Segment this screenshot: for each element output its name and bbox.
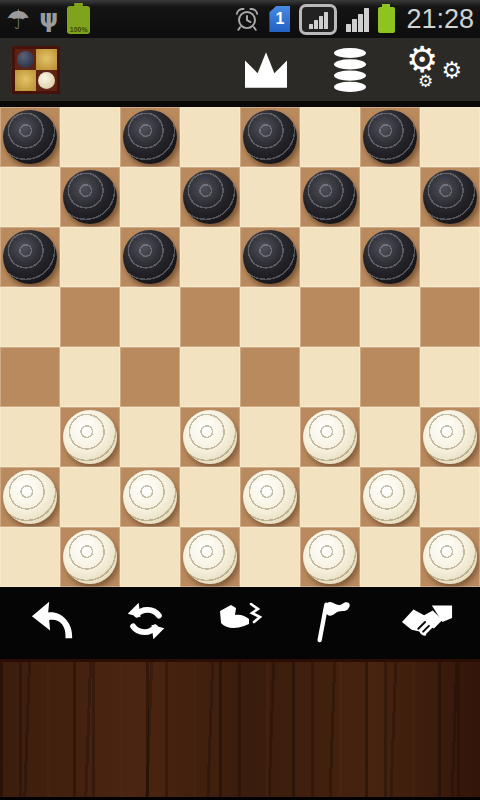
- board: [0, 104, 480, 584]
- square-d4[interactable]: [180, 347, 240, 407]
- square-g6[interactable]: [360, 227, 420, 287]
- kick-icon: [214, 599, 266, 643]
- crown-button[interactable]: [240, 49, 292, 91]
- square-d1[interactable]: [180, 527, 240, 587]
- black-piece[interactable]: [243, 230, 297, 284]
- square-e8[interactable]: [240, 107, 300, 167]
- square-b8[interactable]: [60, 107, 120, 167]
- white-piece[interactable]: [63, 410, 117, 464]
- sim-1-badge: 1: [269, 6, 290, 32]
- square-c7[interactable]: [120, 167, 180, 227]
- square-g2[interactable]: [360, 467, 420, 527]
- white-piece[interactable]: [363, 470, 417, 524]
- square-f6[interactable]: [300, 227, 360, 287]
- square-c2[interactable]: [120, 467, 180, 527]
- square-f1[interactable]: [300, 527, 360, 587]
- restart-icon: [124, 598, 168, 644]
- status-bar-right: 1 21:28: [234, 4, 474, 35]
- black-piece[interactable]: [363, 110, 417, 164]
- square-d6[interactable]: [180, 227, 240, 287]
- database-icon: [330, 46, 370, 94]
- clock-text: 21:28: [406, 4, 474, 35]
- square-a1[interactable]: [0, 527, 60, 587]
- black-piece[interactable]: [63, 170, 117, 224]
- square-a8[interactable]: [0, 107, 60, 167]
- black-piece[interactable]: [363, 230, 417, 284]
- white-piece[interactable]: [303, 530, 357, 584]
- battery-percent-label: 100%: [67, 26, 90, 33]
- square-g8[interactable]: [360, 107, 420, 167]
- black-piece[interactable]: [3, 230, 57, 284]
- white-piece[interactable]: [63, 530, 117, 584]
- square-c5[interactable]: [120, 287, 180, 347]
- square-g4[interactable]: [360, 347, 420, 407]
- square-f5[interactable]: [300, 287, 360, 347]
- square-a3[interactable]: [0, 407, 60, 467]
- roaming-signal-icon: [299, 4, 337, 35]
- resign-flag-icon: [311, 597, 357, 645]
- black-piece[interactable]: [3, 110, 57, 164]
- app-icon-square: [15, 49, 36, 70]
- draw-button[interactable]: [387, 595, 467, 647]
- square-h5[interactable]: [420, 287, 480, 347]
- black-piece[interactable]: [303, 170, 357, 224]
- square-c6[interactable]: [120, 227, 180, 287]
- battery-nub: [382, 4, 390, 7]
- square-b3[interactable]: [60, 407, 120, 467]
- square-h4[interactable]: [420, 347, 480, 407]
- square-b2[interactable]: [60, 467, 120, 527]
- square-d3[interactable]: [180, 407, 240, 467]
- settings-gears-icon: ⚙ ⚙ ⚙: [408, 45, 460, 95]
- square-f8[interactable]: [300, 107, 360, 167]
- square-a2[interactable]: [0, 467, 60, 527]
- bottom-bar: [0, 584, 480, 662]
- square-g1[interactable]: [360, 527, 420, 587]
- gear-icon: ⚙: [441, 57, 462, 83]
- square-f7[interactable]: [300, 167, 360, 227]
- checkers-app-icon[interactable]: [12, 46, 60, 94]
- usb-icon: ψ: [39, 7, 58, 31]
- square-h7[interactable]: [420, 167, 480, 227]
- black-piece[interactable]: [183, 170, 237, 224]
- square-c3[interactable]: [120, 407, 180, 467]
- square-e3[interactable]: [240, 407, 300, 467]
- square-b4[interactable]: [60, 347, 120, 407]
- signal-bars-icon: [346, 6, 369, 32]
- square-e4[interactable]: [240, 347, 300, 407]
- square-g7[interactable]: [360, 167, 420, 227]
- white-piece[interactable]: [423, 530, 477, 584]
- undo-button[interactable]: [13, 595, 93, 647]
- white-piece[interactable]: [3, 470, 57, 524]
- sim-number: 1: [275, 10, 284, 28]
- square-e6[interactable]: [240, 227, 300, 287]
- square-f2[interactable]: [300, 467, 360, 527]
- mini-black-piece: [17, 51, 34, 68]
- square-d7[interactable]: [180, 167, 240, 227]
- alarm-clock-icon: [234, 6, 260, 32]
- square-e2[interactable]: [240, 467, 300, 527]
- app-icon-square: [15, 70, 36, 91]
- square-h1[interactable]: [420, 527, 480, 587]
- restart-button[interactable]: [106, 595, 186, 647]
- square-d2[interactable]: [180, 467, 240, 527]
- resign-button[interactable]: [294, 595, 374, 647]
- white-piece[interactable]: [243, 470, 297, 524]
- square-f4[interactable]: [300, 347, 360, 407]
- status-bar-left: ☂ ψ 100%: [6, 4, 90, 34]
- square-f3[interactable]: [300, 407, 360, 467]
- draw-handshake-icon: [400, 600, 454, 642]
- square-e1[interactable]: [240, 527, 300, 587]
- square-g3[interactable]: [360, 407, 420, 467]
- gear-icon: ⚙: [418, 71, 433, 91]
- undo-icon: [29, 598, 77, 644]
- square-b1[interactable]: [60, 527, 120, 587]
- square-h8[interactable]: [420, 107, 480, 167]
- database-button[interactable]: [330, 46, 370, 94]
- square-e5[interactable]: [240, 287, 300, 347]
- square-c8[interactable]: [120, 107, 180, 167]
- white-piece[interactable]: [183, 410, 237, 464]
- square-e7[interactable]: [240, 167, 300, 227]
- battery-nub: [74, 3, 83, 6]
- screen: ☂ ψ 100% 1: [0, 0, 480, 800]
- black-piece[interactable]: [123, 230, 177, 284]
- square-a5[interactable]: [0, 287, 60, 347]
- status-bar: ☂ ψ 100% 1: [0, 0, 480, 38]
- mini-white-piece: [38, 72, 55, 89]
- square-d5[interactable]: [180, 287, 240, 347]
- square-h6[interactable]: [420, 227, 480, 287]
- white-piece[interactable]: [183, 530, 237, 584]
- square-a6[interactable]: [0, 227, 60, 287]
- square-a4[interactable]: [0, 347, 60, 407]
- square-g5[interactable]: [360, 287, 420, 347]
- umbrella-icon: ☂: [6, 6, 30, 33]
- battery-100-icon: 100%: [67, 6, 90, 34]
- app-icon-square: [36, 70, 57, 91]
- square-a7[interactable]: [0, 167, 60, 227]
- app-bar: ⚙ ⚙ ⚙: [0, 38, 480, 104]
- white-piece[interactable]: [423, 410, 477, 464]
- kick-button[interactable]: [200, 595, 280, 647]
- square-b6[interactable]: [60, 227, 120, 287]
- square-c1[interactable]: [120, 527, 180, 587]
- square-c4[interactable]: [120, 347, 180, 407]
- white-piece[interactable]: [303, 410, 357, 464]
- crown-icon: [240, 49, 292, 91]
- white-piece[interactable]: [123, 470, 177, 524]
- square-b5[interactable]: [60, 287, 120, 347]
- square-h3[interactable]: [420, 407, 480, 467]
- app-icon-square: [36, 49, 57, 70]
- black-piece[interactable]: [423, 170, 477, 224]
- square-d8[interactable]: [180, 107, 240, 167]
- black-piece[interactable]: [123, 110, 177, 164]
- battery-icon: [378, 7, 395, 33]
- square-h2[interactable]: [420, 467, 480, 527]
- settings-button[interactable]: ⚙ ⚙ ⚙: [408, 45, 460, 95]
- black-piece[interactable]: [243, 110, 297, 164]
- square-b7[interactable]: [60, 167, 120, 227]
- wood-background: [0, 662, 480, 797]
